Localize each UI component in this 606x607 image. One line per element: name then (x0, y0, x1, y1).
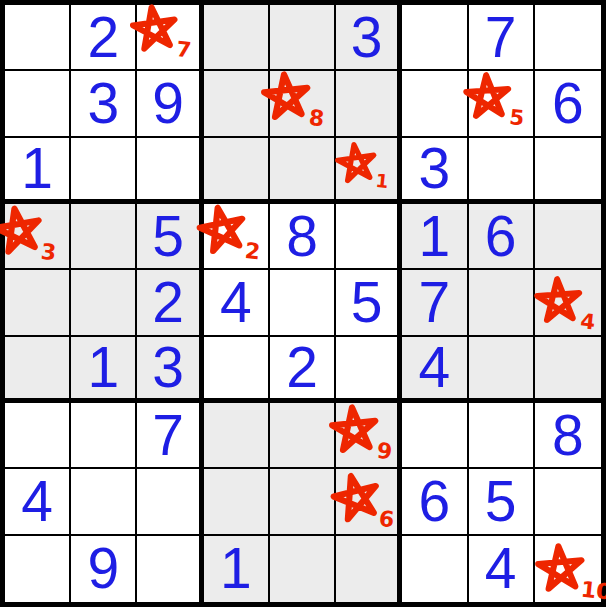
cell-r8c5[interactable] (270, 469, 336, 535)
star-icon (465, 74, 510, 117)
star-number-label: 3 (40, 239, 58, 265)
given-digit: 1 (419, 208, 451, 265)
cell-r4c7[interactable]: 1 (402, 204, 468, 270)
cell-r5c3[interactable]: 2 (137, 270, 203, 336)
cell-r3c5[interactable] (270, 138, 336, 204)
cell-r1c8[interactable]: 7 (469, 5, 535, 71)
given-digit: 6 (419, 473, 451, 530)
star-icon (131, 5, 178, 50)
star-number-label: 9 (375, 438, 393, 464)
cell-r4c3[interactable]: 5 (137, 204, 203, 270)
cell-r2c3[interactable]: 9 (137, 71, 203, 137)
cell-r6c8[interactable] (469, 337, 535, 403)
cell-r2c6[interactable] (336, 71, 402, 137)
given-digit: 5 (152, 208, 184, 265)
star-icon (336, 142, 377, 181)
given-digit: 4 (21, 473, 53, 530)
cell-r7c5[interactable] (270, 403, 336, 469)
cell-r6c9[interactable] (535, 337, 601, 403)
cell-r6c1[interactable] (5, 337, 71, 403)
cell-r4c6[interactable] (336, 204, 402, 270)
given-digit: 7 (152, 407, 184, 464)
given-digit: 4 (419, 339, 451, 396)
given-digit: 1 (87, 339, 119, 396)
cell-r6c7[interactable]: 4 (402, 337, 468, 403)
cell-r2c8[interactable]: 5 (469, 71, 535, 137)
cell-r1c6[interactable]: 3 (336, 5, 402, 71)
star-number-label: 1 (374, 170, 389, 192)
cell-r3c9[interactable] (535, 138, 601, 204)
star-number-label: 5 (508, 105, 525, 131)
cell-r4c1[interactable]: 3 (5, 204, 71, 270)
cell-r5c4[interactable]: 4 (204, 270, 270, 336)
cell-r3c6[interactable]: 1 (336, 138, 402, 204)
given-digit: 4 (220, 274, 252, 331)
cell-r7c2[interactable] (71, 403, 137, 469)
star-annotation-7: 7 (130, 4, 194, 61)
cell-r2c2[interactable]: 3 (71, 71, 137, 137)
given-digit: 5 (485, 473, 517, 530)
star-icon (262, 73, 309, 119)
given-digit: 2 (286, 339, 318, 396)
cell-r1c4[interactable] (204, 5, 270, 71)
cell-r1c7[interactable] (402, 5, 468, 71)
cell-r9c9[interactable]: 10 (535, 536, 601, 602)
star-annotation-8: 8 (261, 71, 328, 130)
cell-r6c5[interactable]: 2 (270, 337, 336, 403)
cell-r8c3[interactable] (137, 469, 203, 535)
cell-r5c5[interactable] (270, 270, 336, 336)
given-digit: 3 (351, 9, 383, 66)
given-digit: 4 (485, 540, 517, 597)
cell-r1c2[interactable]: 2 (71, 5, 137, 71)
star-icon (536, 278, 581, 321)
star-icon (330, 405, 377, 451)
given-digit: 6 (552, 75, 584, 132)
given-digit: 3 (419, 140, 451, 197)
star-icon (537, 544, 584, 589)
cell-r6c2[interactable]: 1 (71, 337, 137, 403)
cell-r9c1[interactable] (5, 536, 71, 602)
cell-r3c8[interactable] (469, 138, 535, 204)
star-number-label: 4 (579, 309, 596, 335)
cell-r8c1[interactable]: 4 (5, 469, 71, 535)
cell-r9c4[interactable]: 1 (204, 536, 270, 602)
cell-r2c5[interactable]: 8 (270, 71, 336, 137)
star-number-label: 8 (308, 105, 326, 131)
cell-r5c2[interactable] (71, 270, 137, 336)
cell-r9c3[interactable] (137, 536, 203, 602)
cell-r9c2[interactable]: 9 (71, 536, 137, 602)
cell-r6c6[interactable] (336, 337, 402, 403)
given-digit: 5 (351, 274, 383, 331)
cell-r2c7[interactable] (402, 71, 468, 137)
given-digit: 6 (485, 208, 517, 265)
cell-r5c6[interactable]: 5 (336, 270, 402, 336)
star-annotation-2: 2 (197, 204, 264, 263)
cell-r4c2[interactable] (71, 204, 137, 270)
cell-r9c8[interactable]: 4 (469, 536, 535, 602)
given-digit: 3 (152, 339, 184, 396)
cell-r2c1[interactable] (5, 71, 71, 137)
cell-r3c1[interactable]: 1 (5, 138, 71, 204)
cell-r7c9[interactable]: 8 (535, 403, 601, 469)
star-annotation-3: 3 (0, 205, 59, 264)
cell-r3c7[interactable]: 3 (402, 138, 468, 204)
cell-r9c5[interactable] (270, 536, 336, 602)
cell-r8c8[interactable]: 5 (469, 469, 535, 535)
cell-r9c6[interactable] (336, 536, 402, 602)
given-digit: 8 (286, 208, 318, 265)
cell-r7c7[interactable] (402, 403, 468, 469)
given-digit: 3 (87, 75, 119, 132)
star-annotation-10: 10 (535, 542, 602, 601)
cell-r1c9[interactable] (535, 5, 601, 71)
star-annotation-6: 6 (330, 472, 397, 531)
star-icon (330, 471, 382, 521)
cell-r4c9[interactable] (535, 204, 601, 270)
cell-r7c6[interactable]: 9 (336, 403, 402, 469)
cell-r7c3[interactable]: 7 (137, 403, 203, 469)
cell-r5c7[interactable]: 7 (402, 270, 468, 336)
cell-r8c9[interactable] (535, 469, 601, 535)
star-annotation-4: 4 (534, 276, 598, 333)
given-digit: 1 (220, 540, 252, 597)
cell-r1c3[interactable]: 7 (137, 5, 203, 71)
cell-r1c1[interactable] (5, 5, 71, 71)
given-digit: 9 (152, 75, 184, 132)
star-annotation-1: 1 (335, 142, 391, 192)
cell-r4c4[interactable]: 2 (204, 204, 270, 270)
cell-r3c4[interactable] (204, 138, 270, 204)
given-digit: 2 (152, 274, 184, 331)
given-digit: 7 (419, 274, 451, 331)
cell-r1c5[interactable] (270, 5, 336, 71)
cell-r6c3[interactable]: 3 (137, 337, 203, 403)
star-number-label: 2 (243, 238, 261, 264)
cell-r7c8[interactable] (469, 403, 535, 469)
cell-r8c4[interactable] (204, 469, 270, 535)
star-number-label: 7 (175, 36, 192, 62)
star-number-label: 10 (580, 576, 606, 604)
cell-r7c1[interactable] (5, 403, 71, 469)
star-annotation-5: 5 (462, 72, 526, 129)
cell-r5c9[interactable]: 4 (535, 270, 601, 336)
cell-r5c8[interactable] (469, 270, 535, 336)
cell-r8c7[interactable]: 6 (402, 469, 468, 535)
star-annotation-9: 9 (328, 404, 395, 463)
sudoku-board: 273739856113352816245741324798466591410 (0, 0, 606, 607)
given-digit: 2 (87, 9, 119, 66)
cell-r2c9[interactable]: 6 (535, 71, 601, 137)
cell-r3c3[interactable] (137, 138, 203, 204)
star-icon (0, 205, 43, 253)
given-digit: 1 (21, 140, 53, 197)
cell-r5c1[interactable] (5, 270, 71, 336)
star-number-label: 6 (377, 506, 395, 532)
cell-r7c4[interactable] (204, 403, 270, 469)
cell-r8c6[interactable]: 6 (336, 469, 402, 535)
cell-r4c5[interactable]: 8 (270, 204, 336, 270)
given-digit: 9 (87, 540, 119, 597)
cell-r9c7[interactable] (402, 536, 468, 602)
given-digit: 8 (552, 407, 584, 464)
cell-r3c2[interactable] (71, 138, 137, 204)
given-digit: 7 (485, 9, 517, 66)
cell-r8c2[interactable] (71, 469, 137, 535)
star-icon (196, 204, 247, 253)
cell-r6c4[interactable] (204, 337, 270, 403)
cell-r4c8[interactable]: 6 (469, 204, 535, 270)
